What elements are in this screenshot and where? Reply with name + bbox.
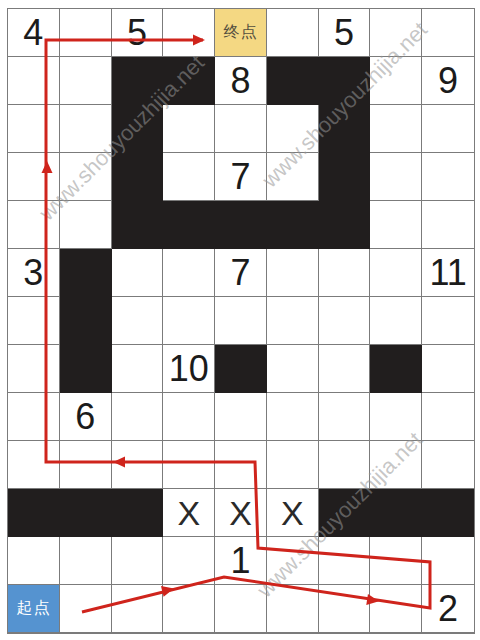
cell-r4c8 xyxy=(422,201,474,249)
cell-r8c5 xyxy=(267,393,319,441)
cell-r7c0 xyxy=(8,345,60,393)
cell-r9c2 xyxy=(112,441,164,489)
block-cell-r4c6 xyxy=(319,201,371,249)
cell-r6c3 xyxy=(163,297,215,345)
cell-r0c8 xyxy=(422,9,474,57)
block-cell-r4c5 xyxy=(267,201,319,249)
cell-r9c4 xyxy=(215,441,267,489)
block-cell-r4c4 xyxy=(215,201,267,249)
cell-r0c5 xyxy=(267,9,319,57)
cell-r4c1 xyxy=(60,201,112,249)
cell-r11c6 xyxy=(319,537,371,585)
cell-r10c4: X xyxy=(215,489,267,537)
cell-r7c2 xyxy=(112,345,164,393)
cell-r2c7 xyxy=(370,105,422,153)
cell-r12c6 xyxy=(319,585,371,633)
cell-r8c0 xyxy=(8,393,60,441)
cell-r12c5 xyxy=(267,585,319,633)
cell-r12c7 xyxy=(370,585,422,633)
cell-r1c4: 8 xyxy=(215,57,267,105)
cell-r2c8 xyxy=(422,105,474,153)
cell-r11c2 xyxy=(112,537,164,585)
block-cell-r1c5 xyxy=(267,57,319,105)
cell-r8c1: 6 xyxy=(60,393,112,441)
cell-r3c3 xyxy=(163,153,215,201)
cell-r9c7 xyxy=(370,441,422,489)
cell-r5c8: 11 xyxy=(422,249,474,297)
cell-r5c5 xyxy=(267,249,319,297)
block-cell-r4c2 xyxy=(112,201,164,249)
cell-r11c0 xyxy=(8,537,60,585)
cell-r9c3 xyxy=(163,441,215,489)
cell-r12c3 xyxy=(163,585,215,633)
cell-r0c6: 5 xyxy=(319,9,371,57)
cell-r5c7 xyxy=(370,249,422,297)
cell-r6c4 xyxy=(215,297,267,345)
cell-r7c5 xyxy=(267,345,319,393)
cell-r12c1 xyxy=(60,585,112,633)
cell-r5c3 xyxy=(163,249,215,297)
cell-r2c4 xyxy=(215,105,267,153)
block-cell-r5c1 xyxy=(60,249,112,297)
block-cell-r7c7 xyxy=(370,345,422,393)
cell-r5c2 xyxy=(112,249,164,297)
cell-r12c8: 2 xyxy=(422,585,474,633)
cell-r5c0: 3 xyxy=(8,249,60,297)
block-cell-r6c1 xyxy=(60,297,112,345)
cell-r0c1 xyxy=(60,9,112,57)
cell-r8c3 xyxy=(163,393,215,441)
cell-r9c6 xyxy=(319,441,371,489)
block-cell-r10c6 xyxy=(319,489,371,537)
cell-r6c7 xyxy=(370,297,422,345)
block-cell-r10c8 xyxy=(422,489,474,537)
cell-r3c0 xyxy=(8,153,60,201)
block-cell-r4c3 xyxy=(163,201,215,249)
cell-r12c2 xyxy=(112,585,164,633)
cell-r2c1 xyxy=(60,105,112,153)
block-cell-r3c2 xyxy=(112,153,164,201)
cell-r7c8 xyxy=(422,345,474,393)
cell-r3c7 xyxy=(370,153,422,201)
cell-r8c4 xyxy=(215,393,267,441)
cell-r0c7 xyxy=(370,9,422,57)
cell-r9c5 xyxy=(267,441,319,489)
puzzle-guide-image: 45终点58973711106XXX1起点2 www.shouyouzhijia… xyxy=(0,0,480,640)
block-cell-r10c0 xyxy=(8,489,60,537)
cell-r1c1 xyxy=(60,57,112,105)
cell-r0c3 xyxy=(163,9,215,57)
cell-r2c5 xyxy=(267,105,319,153)
cell-r1c0 xyxy=(8,57,60,105)
cell-r9c8 xyxy=(422,441,474,489)
cell-r11c4: 1 xyxy=(215,537,267,585)
cell-r4c0 xyxy=(8,201,60,249)
cell-r11c5 xyxy=(267,537,319,585)
cell-r6c8 xyxy=(422,297,474,345)
cell-r3c8 xyxy=(422,153,474,201)
cell-r6c0 xyxy=(8,297,60,345)
block-cell-r1c2 xyxy=(112,57,164,105)
cell-r1c7 xyxy=(370,57,422,105)
cell-r11c1 xyxy=(60,537,112,585)
block-cell-r7c4 xyxy=(215,345,267,393)
cell-r6c2 xyxy=(112,297,164,345)
start-cell: 起点 xyxy=(8,585,60,633)
cell-r10c5: X xyxy=(267,489,319,537)
cell-r3c5 xyxy=(267,153,319,201)
cell-r11c3 xyxy=(163,537,215,585)
cell-r8c7 xyxy=(370,393,422,441)
cell-r10c3: X xyxy=(163,489,215,537)
cell-r3c1 xyxy=(60,153,112,201)
cell-r2c0 xyxy=(8,105,60,153)
block-cell-r7c1 xyxy=(60,345,112,393)
cell-r9c0 xyxy=(8,441,60,489)
cell-r0c2: 5 xyxy=(112,9,164,57)
cell-r7c6 xyxy=(319,345,371,393)
block-cell-r1c3 xyxy=(163,57,215,105)
block-cell-r10c1 xyxy=(60,489,112,537)
cell-r11c7 xyxy=(370,537,422,585)
cell-r6c6 xyxy=(319,297,371,345)
block-cell-r2c2 xyxy=(112,105,164,153)
cell-r8c8 xyxy=(422,393,474,441)
cell-r5c4: 7 xyxy=(215,249,267,297)
block-cell-r2c6 xyxy=(319,105,371,153)
cell-r5c6 xyxy=(319,249,371,297)
puzzle-grid: 45终点58973711106XXX1起点2 xyxy=(7,8,475,634)
end-cell: 终点 xyxy=(215,9,267,57)
block-cell-r3c6 xyxy=(319,153,371,201)
block-cell-r10c7 xyxy=(370,489,422,537)
cell-r3c4: 7 xyxy=(215,153,267,201)
cell-r4c7 xyxy=(370,201,422,249)
cell-r2c3 xyxy=(163,105,215,153)
block-cell-r1c6 xyxy=(319,57,371,105)
cell-r0c0: 4 xyxy=(8,9,60,57)
cell-r1c8: 9 xyxy=(422,57,474,105)
cell-r11c8 xyxy=(422,537,474,585)
cell-r6c5 xyxy=(267,297,319,345)
cell-r8c2 xyxy=(112,393,164,441)
cell-r9c1 xyxy=(60,441,112,489)
cell-r12c4 xyxy=(215,585,267,633)
cell-r8c6 xyxy=(319,393,371,441)
block-cell-r10c2 xyxy=(112,489,164,537)
cell-r7c3: 10 xyxy=(163,345,215,393)
